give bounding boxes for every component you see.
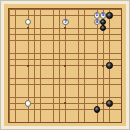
move-number: 7 (64, 19, 67, 23)
white-stone-K17: 7 (62, 19, 69, 26)
move-number: 5 (102, 13, 105, 17)
white-stone-D4 (25, 100, 32, 107)
black-stone-R4 (106, 100, 113, 107)
hoshi-point (102, 65, 104, 67)
go-board[interactable]: 1357 (4, 4, 126, 126)
white-stone-D17 (25, 19, 32, 26)
black-stone-R10 (106, 62, 113, 69)
hoshi-point (27, 65, 29, 67)
move-number: 1 (95, 13, 98, 17)
hoshi-point (27, 27, 29, 29)
black-stone-R18 (106, 12, 113, 19)
move-number: 3 (95, 19, 98, 23)
black-stone-P3 (94, 106, 101, 113)
go-diagram: 1357 (0, 0, 130, 130)
